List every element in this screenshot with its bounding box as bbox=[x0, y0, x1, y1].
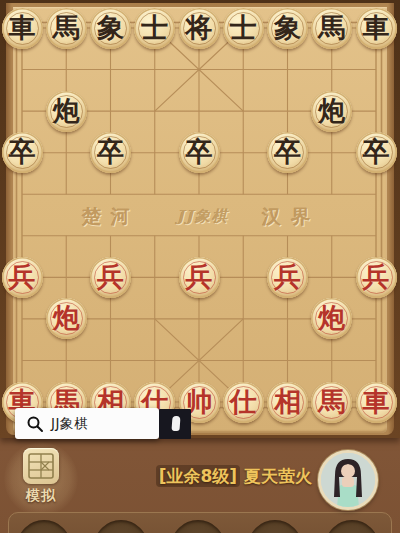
player-rank-badge: [业余8级] bbox=[156, 465, 240, 487]
piece-glyph: 卒 bbox=[274, 138, 301, 165]
piece-red-兵[interactable]: 兵 bbox=[179, 257, 220, 298]
tray-slot-3[interactable] bbox=[171, 520, 225, 533]
piece-black-馬[interactable]: 馬 bbox=[46, 8, 87, 49]
piece-black-炮[interactable]: 炮 bbox=[46, 91, 87, 132]
piece-glyph: 車 bbox=[363, 14, 390, 41]
piece-red-仕[interactable]: 仕 bbox=[223, 382, 264, 423]
piece-glyph: 炮 bbox=[318, 97, 345, 124]
captured-piece-tray bbox=[8, 512, 392, 533]
piece-black-士[interactable]: 士 bbox=[134, 8, 175, 49]
tray-slot-2[interactable] bbox=[94, 520, 148, 533]
piece-red-兵[interactable]: 兵 bbox=[90, 257, 131, 298]
piece-glyph: 卒 bbox=[9, 138, 36, 165]
search-icon bbox=[26, 415, 44, 433]
player-info[interactable]: [业余8级]夏天萤火 bbox=[156, 464, 312, 488]
piece-glyph: 馬 bbox=[318, 388, 345, 415]
piece-glyph: 卒 bbox=[97, 138, 124, 165]
piece-glyph: 兵 bbox=[274, 263, 301, 290]
simulate-label: 模拟 bbox=[22, 487, 60, 505]
piece-red-兵[interactable]: 兵 bbox=[2, 257, 43, 298]
piece-black-卒[interactable]: 卒 bbox=[179, 132, 220, 173]
piece-black-象[interactable]: 象 bbox=[90, 8, 131, 49]
river-label-left: 楚河 bbox=[82, 205, 140, 227]
touch-cursor-box[interactable] bbox=[159, 409, 191, 439]
piece-glyph: 馬 bbox=[53, 14, 80, 41]
piece-red-馬[interactable]: 馬 bbox=[311, 382, 352, 423]
piece-black-士[interactable]: 士 bbox=[223, 8, 264, 49]
piece-black-車[interactable]: 車 bbox=[356, 8, 397, 49]
piece-glyph: 相 bbox=[274, 388, 301, 415]
piece-black-卒[interactable]: 卒 bbox=[90, 132, 131, 173]
player-name: 夏天萤火 bbox=[244, 466, 312, 486]
piece-glyph: 仕 bbox=[230, 388, 257, 415]
piece-glyph: 兵 bbox=[363, 263, 390, 290]
avatar-image bbox=[321, 453, 375, 507]
piece-glyph: 将 bbox=[186, 14, 213, 41]
piece-black-象[interactable]: 象 bbox=[267, 8, 308, 49]
finger-cursor-icon bbox=[171, 416, 180, 432]
piece-glyph: 兵 bbox=[186, 263, 213, 290]
piece-black-卒[interactable]: 卒 bbox=[356, 132, 397, 173]
piece-glyph: 卒 bbox=[363, 138, 390, 165]
tray-slot-1[interactable] bbox=[17, 520, 71, 533]
piece-black-卒[interactable]: 卒 bbox=[2, 132, 43, 173]
river-label-right: 汉界 bbox=[262, 205, 320, 227]
piece-black-炮[interactable]: 炮 bbox=[311, 91, 352, 132]
player-avatar[interactable] bbox=[318, 450, 378, 510]
tray-slot-4[interactable] bbox=[248, 520, 302, 533]
piece-glyph: 士 bbox=[141, 14, 168, 41]
piece-black-車[interactable]: 車 bbox=[2, 8, 43, 49]
piece-red-兵[interactable]: 兵 bbox=[356, 257, 397, 298]
piece-black-卒[interactable]: 卒 bbox=[267, 132, 308, 173]
piece-red-相[interactable]: 相 bbox=[267, 382, 308, 423]
mini-board-icon bbox=[23, 448, 59, 484]
simulate-button[interactable]: 模拟 bbox=[22, 448, 60, 505]
search-query[interactable]: JJ象棋 bbox=[51, 415, 88, 433]
piece-glyph: 炮 bbox=[318, 304, 345, 331]
piece-glyph: 士 bbox=[230, 14, 257, 41]
piece-glyph: 車 bbox=[9, 14, 36, 41]
piece-red-兵[interactable]: 兵 bbox=[267, 257, 308, 298]
piece-glyph: 兵 bbox=[9, 263, 36, 290]
piece-glyph: 兵 bbox=[97, 263, 124, 290]
piece-glyph: 炮 bbox=[53, 97, 80, 124]
piece-red-炮[interactable]: 炮 bbox=[46, 298, 87, 339]
piece-red-車[interactable]: 車 bbox=[356, 382, 397, 423]
xiangqi-app-screen: 楚河 JJ象棋 汉界 車馬象士将士象馬車炮炮卒卒卒卒卒兵兵兵兵兵炮炮車馬相仕帅仕… bbox=[0, 0, 400, 533]
piece-glyph: 車 bbox=[363, 388, 390, 415]
piece-glyph: 炮 bbox=[53, 304, 80, 331]
piece-glyph: 象 bbox=[97, 14, 124, 41]
tray-slot-5[interactable] bbox=[325, 520, 379, 533]
piece-black-将[interactable]: 将 bbox=[179, 8, 220, 49]
piece-glyph: 卒 bbox=[186, 138, 213, 165]
piece-glyph: 象 bbox=[274, 14, 301, 41]
piece-glyph: 馬 bbox=[318, 14, 345, 41]
piece-black-馬[interactable]: 馬 bbox=[311, 8, 352, 49]
search-bar[interactable]: JJ象棋 bbox=[15, 408, 159, 439]
river-logo: JJ象棋 bbox=[163, 207, 243, 226]
